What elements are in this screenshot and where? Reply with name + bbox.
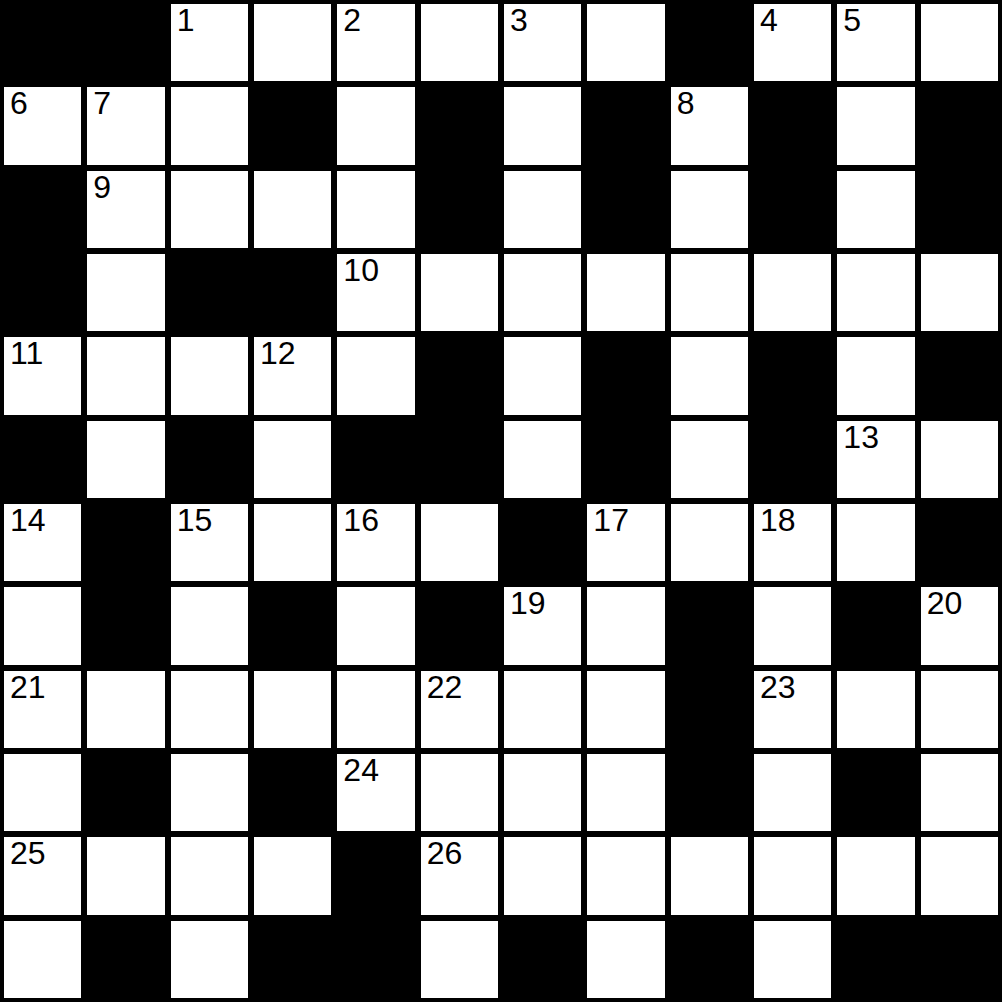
white-cell[interactable] <box>334 84 417 167</box>
black-cell <box>168 251 251 334</box>
black-cell <box>751 84 834 167</box>
black-cell <box>668 1 751 84</box>
white-cell[interactable] <box>168 84 251 167</box>
white-cell[interactable] <box>751 751 834 834</box>
white-cell[interactable]: 3 <box>501 1 584 84</box>
white-cell[interactable] <box>1 584 84 667</box>
white-cell[interactable] <box>834 251 917 334</box>
black-cell <box>418 334 501 417</box>
white-cell[interactable] <box>668 334 751 417</box>
white-cell[interactable] <box>584 918 667 1001</box>
white-cell[interactable] <box>168 918 251 1001</box>
black-cell <box>251 584 334 667</box>
black-cell <box>84 501 167 584</box>
black-cell <box>418 584 501 667</box>
white-cell[interactable]: 19 <box>501 584 584 667</box>
black-cell <box>84 1 167 84</box>
white-cell[interactable] <box>501 251 584 334</box>
white-cell[interactable] <box>418 918 501 1001</box>
white-cell[interactable] <box>84 334 167 417</box>
white-cell[interactable] <box>334 668 417 751</box>
clue-number: 22 <box>427 671 463 705</box>
clue-number: 24 <box>343 754 379 788</box>
white-cell[interactable] <box>584 251 667 334</box>
white-cell[interactable] <box>834 334 917 417</box>
white-cell[interactable] <box>251 168 334 251</box>
white-cell[interactable] <box>334 584 417 667</box>
white-cell[interactable] <box>418 501 501 584</box>
white-cell[interactable]: 18 <box>751 501 834 584</box>
white-cell[interactable]: 16 <box>334 501 417 584</box>
black-cell <box>1 1 84 84</box>
black-cell <box>918 334 1001 417</box>
white-cell[interactable] <box>668 418 751 501</box>
white-cell[interactable] <box>918 834 1001 917</box>
white-cell[interactable] <box>418 251 501 334</box>
white-cell[interactable] <box>668 501 751 584</box>
black-cell <box>501 501 584 584</box>
clue-number: 23 <box>760 671 796 705</box>
black-cell <box>918 168 1001 251</box>
black-cell <box>418 168 501 251</box>
clue-number: 4 <box>760 4 778 38</box>
white-cell[interactable] <box>834 834 917 917</box>
black-cell <box>1 418 84 501</box>
white-cell[interactable] <box>834 84 917 167</box>
white-cell[interactable] <box>918 1 1001 84</box>
white-cell[interactable] <box>251 418 334 501</box>
black-cell <box>834 918 917 1001</box>
white-cell[interactable] <box>168 584 251 667</box>
white-cell[interactable]: 15 <box>168 501 251 584</box>
clue-number: 20 <box>927 587 963 621</box>
white-cell[interactable] <box>168 168 251 251</box>
white-cell[interactable] <box>834 668 917 751</box>
white-cell[interactable] <box>251 1 334 84</box>
clue-number: 13 <box>843 421 879 455</box>
clue-number: 14 <box>10 504 46 538</box>
black-cell <box>584 418 667 501</box>
white-cell[interactable]: 7 <box>84 84 167 167</box>
white-cell[interactable] <box>834 168 917 251</box>
black-cell <box>418 418 501 501</box>
clue-number: 1 <box>177 4 195 38</box>
clue-number: 21 <box>10 671 46 705</box>
white-cell[interactable] <box>168 334 251 417</box>
black-cell <box>251 251 334 334</box>
white-cell[interactable] <box>168 751 251 834</box>
white-cell[interactable] <box>501 418 584 501</box>
white-cell[interactable] <box>501 84 584 167</box>
clue-number: 15 <box>177 504 213 538</box>
black-cell <box>584 334 667 417</box>
white-cell[interactable]: 1 <box>168 1 251 84</box>
white-cell[interactable] <box>668 834 751 917</box>
clue-number: 11 <box>10 337 43 371</box>
black-cell <box>501 918 584 1001</box>
black-cell <box>918 501 1001 584</box>
crossword-board: 1234567891011121314151617181920212223242… <box>0 0 1002 1002</box>
white-cell[interactable]: 8 <box>668 84 751 167</box>
white-cell[interactable] <box>418 1 501 84</box>
black-cell <box>668 751 751 834</box>
white-cell[interactable]: 22 <box>418 668 501 751</box>
black-cell <box>584 84 667 167</box>
white-cell[interactable] <box>584 668 667 751</box>
black-cell <box>834 584 917 667</box>
white-cell[interactable]: 24 <box>334 751 417 834</box>
clue-number: 6 <box>10 87 28 121</box>
black-cell <box>584 168 667 251</box>
white-cell[interactable]: 20 <box>918 584 1001 667</box>
white-cell[interactable] <box>584 751 667 834</box>
white-cell[interactable] <box>751 834 834 917</box>
white-cell[interactable] <box>668 251 751 334</box>
black-cell <box>168 418 251 501</box>
white-cell[interactable]: 23 <box>751 668 834 751</box>
white-cell[interactable]: 26 <box>418 834 501 917</box>
black-cell <box>834 751 917 834</box>
white-cell[interactable] <box>918 251 1001 334</box>
clue-number: 17 <box>593 504 629 538</box>
white-cell[interactable] <box>251 834 334 917</box>
white-cell[interactable] <box>751 584 834 667</box>
clue-number: 9 <box>93 171 111 205</box>
white-cell[interactable] <box>584 584 667 667</box>
black-cell <box>1 168 84 251</box>
white-cell[interactable]: 25 <box>1 834 84 917</box>
clue-number: 3 <box>510 4 528 38</box>
black-cell <box>668 584 751 667</box>
black-cell <box>84 751 167 834</box>
white-cell[interactable]: 11 <box>1 334 84 417</box>
clue-number: 18 <box>760 504 796 538</box>
black-cell <box>251 751 334 834</box>
black-cell <box>918 918 1001 1001</box>
white-cell[interactable] <box>501 668 584 751</box>
clue-number: 8 <box>677 87 695 121</box>
white-cell[interactable] <box>84 834 167 917</box>
clue-number: 10 <box>343 254 379 288</box>
white-cell[interactable]: 12 <box>251 334 334 417</box>
black-cell <box>334 834 417 917</box>
clue-number: 26 <box>427 837 463 871</box>
clue-number: 16 <box>343 504 379 538</box>
white-cell[interactable] <box>1 918 84 1001</box>
clue-number: 12 <box>260 337 296 371</box>
white-cell[interactable] <box>1 751 84 834</box>
clue-number: 25 <box>10 837 46 871</box>
white-cell[interactable]: 14 <box>1 501 84 584</box>
white-cell[interactable]: 9 <box>84 168 167 251</box>
black-cell <box>418 84 501 167</box>
white-cell[interactable] <box>334 168 417 251</box>
white-cell[interactable] <box>918 751 1001 834</box>
black-cell <box>84 584 167 667</box>
black-cell <box>84 918 167 1001</box>
white-cell[interactable] <box>334 334 417 417</box>
black-cell <box>918 84 1001 167</box>
black-cell <box>334 918 417 1001</box>
white-cell[interactable] <box>84 251 167 334</box>
black-cell <box>751 168 834 251</box>
black-cell <box>1 251 84 334</box>
white-cell[interactable]: 10 <box>334 251 417 334</box>
clue-number: 7 <box>93 87 111 121</box>
white-cell[interactable] <box>751 251 834 334</box>
black-cell <box>668 918 751 1001</box>
white-cell[interactable] <box>834 501 917 584</box>
white-cell[interactable] <box>584 1 667 84</box>
clue-number: 5 <box>843 4 861 38</box>
white-cell[interactable] <box>501 834 584 917</box>
white-cell[interactable] <box>918 418 1001 501</box>
white-cell[interactable] <box>418 751 501 834</box>
white-cell[interactable] <box>168 668 251 751</box>
black-cell <box>751 418 834 501</box>
white-cell[interactable] <box>168 834 251 917</box>
white-cell[interactable]: 17 <box>584 501 667 584</box>
white-cell[interactable]: 2 <box>334 1 417 84</box>
white-cell[interactable]: 4 <box>751 1 834 84</box>
white-cell[interactable] <box>501 334 584 417</box>
clue-number: 19 <box>510 587 546 621</box>
black-cell <box>751 334 834 417</box>
white-cell[interactable] <box>584 834 667 917</box>
white-cell[interactable]: 13 <box>834 418 917 501</box>
white-cell[interactable]: 5 <box>834 1 917 84</box>
white-cell[interactable] <box>668 168 751 251</box>
white-cell[interactable] <box>84 418 167 501</box>
black-cell <box>334 418 417 501</box>
white-cell[interactable] <box>251 501 334 584</box>
black-cell <box>668 668 751 751</box>
white-cell[interactable] <box>84 668 167 751</box>
white-cell[interactable] <box>251 668 334 751</box>
white-cell[interactable] <box>918 668 1001 751</box>
black-cell <box>251 84 334 167</box>
white-cell[interactable] <box>751 918 834 1001</box>
white-cell[interactable]: 21 <box>1 668 84 751</box>
white-cell[interactable] <box>501 751 584 834</box>
white-cell[interactable]: 6 <box>1 84 84 167</box>
clue-number: 2 <box>343 4 361 38</box>
white-cell[interactable] <box>501 168 584 251</box>
black-cell <box>251 918 334 1001</box>
